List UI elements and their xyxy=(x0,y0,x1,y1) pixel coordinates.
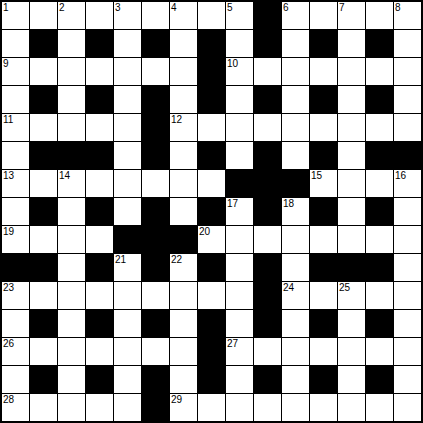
cell-r9c6[interactable]: 22 xyxy=(170,254,197,281)
cell-r2c8[interactable]: 10 xyxy=(226,58,253,85)
clue-number: 22 xyxy=(171,254,182,266)
block-cell-r9c1 xyxy=(30,254,57,281)
cell-r9c10[interactable] xyxy=(282,254,309,281)
clue-number: 16 xyxy=(395,170,406,182)
cell-r6c1[interactable] xyxy=(30,170,57,197)
cell-r10c4[interactable] xyxy=(114,282,141,309)
cell-r5c6[interactable] xyxy=(170,142,197,169)
cell-r6c12[interactable] xyxy=(338,170,365,197)
cell-r8c2[interactable] xyxy=(58,226,85,253)
clue-number: 26 xyxy=(3,338,14,350)
block-cell-r1c3 xyxy=(86,30,113,57)
cell-r2c2[interactable] xyxy=(58,58,85,85)
block-cell-r5c9 xyxy=(254,142,281,169)
cell-r1c10[interactable] xyxy=(282,30,309,57)
block-cell-r9c11 xyxy=(310,254,337,281)
cell-r10c6[interactable] xyxy=(170,282,197,309)
block-cell-r12c7 xyxy=(198,338,225,365)
cell-r7c2[interactable] xyxy=(58,198,85,225)
block-cell-r11c5 xyxy=(142,310,169,337)
cell-r6c2[interactable]: 14 xyxy=(58,170,85,197)
block-cell-r3c9 xyxy=(254,86,281,113)
cell-r2c10[interactable] xyxy=(282,58,309,85)
cell-r11c10[interactable] xyxy=(282,310,309,337)
block-cell-r11c9 xyxy=(254,310,281,337)
clue-number: 21 xyxy=(115,254,126,266)
cell-r0c13[interactable] xyxy=(366,2,393,29)
cell-r2c6[interactable] xyxy=(170,58,197,85)
block-cell-r13c13 xyxy=(366,366,393,393)
cell-r14c12[interactable] xyxy=(338,394,365,421)
cell-r3c12[interactable] xyxy=(338,86,365,113)
block-cell-r10c9 xyxy=(254,282,281,309)
cell-r1c0[interactable] xyxy=(2,30,29,57)
block-cell-r7c3 xyxy=(86,198,113,225)
cell-r2c12[interactable] xyxy=(338,58,365,85)
block-cell-r11c11 xyxy=(310,310,337,337)
block-cell-r9c13 xyxy=(366,254,393,281)
cell-r3c6[interactable] xyxy=(170,86,197,113)
cell-r14c8[interactable] xyxy=(226,394,253,421)
cell-r12c0[interactable]: 26 xyxy=(2,338,29,365)
block-cell-r11c1 xyxy=(30,310,57,337)
cell-r2c1[interactable] xyxy=(30,58,57,85)
cell-r12c9[interactable] xyxy=(254,338,281,365)
cell-r1c12[interactable] xyxy=(338,30,365,57)
block-cell-r0c9 xyxy=(254,2,281,29)
clue-number: 17 xyxy=(227,198,238,210)
cell-r11c14[interactable] xyxy=(394,310,421,337)
cell-r14c4[interactable] xyxy=(114,394,141,421)
cell-r7c10[interactable]: 18 xyxy=(282,198,309,225)
cell-r12c10[interactable] xyxy=(282,338,309,365)
block-cell-r13c7 xyxy=(198,366,225,393)
clue-number: 19 xyxy=(3,226,14,238)
clue-number: 6 xyxy=(283,2,289,14)
cell-r13c8[interactable] xyxy=(226,366,253,393)
cell-r5c8[interactable] xyxy=(226,142,253,169)
cell-r0c6[interactable]: 4 xyxy=(170,2,197,29)
cell-r5c12[interactable] xyxy=(338,142,365,169)
cell-r10c8[interactable] xyxy=(226,282,253,309)
block-cell-r7c9 xyxy=(254,198,281,225)
cell-r0c1[interactable] xyxy=(30,2,57,29)
cell-r2c5[interactable] xyxy=(142,58,169,85)
block-cell-r6c8 xyxy=(226,170,253,197)
block-cell-r7c11 xyxy=(310,198,337,225)
cell-r4c9[interactable] xyxy=(254,114,281,141)
cell-r8c0[interactable]: 19 xyxy=(2,226,29,253)
cell-r14c2[interactable] xyxy=(58,394,85,421)
cell-r3c2[interactable] xyxy=(58,86,85,113)
cell-r8c3[interactable] xyxy=(86,226,113,253)
cell-r11c0[interactable] xyxy=(2,310,29,337)
cell-r14c0[interactable]: 28 xyxy=(2,394,29,421)
cell-r4c2[interactable] xyxy=(58,114,85,141)
block-cell-r5c1 xyxy=(30,142,57,169)
cell-r13c6[interactable] xyxy=(170,366,197,393)
cell-r0c0[interactable]: 1 xyxy=(2,2,29,29)
cell-r13c2[interactable] xyxy=(58,366,85,393)
block-cell-r7c5 xyxy=(142,198,169,225)
clue-number: 2 xyxy=(59,2,65,14)
clue-number: 4 xyxy=(171,2,177,14)
clue-number: 3 xyxy=(115,2,121,14)
cell-r7c0[interactable] xyxy=(2,198,29,225)
block-cell-r6c9 xyxy=(254,170,281,197)
block-cell-r3c7 xyxy=(198,86,225,113)
cell-r6c5[interactable] xyxy=(142,170,169,197)
block-cell-r13c5 xyxy=(142,366,169,393)
block-cell-r11c13 xyxy=(366,310,393,337)
cell-r0c5[interactable] xyxy=(142,2,169,29)
cell-r2c3[interactable] xyxy=(86,58,113,85)
cell-r12c3[interactable] xyxy=(86,338,113,365)
clue-number: 11 xyxy=(3,114,13,126)
cell-r14c6[interactable]: 29 xyxy=(170,394,197,421)
cell-r7c8[interactable]: 17 xyxy=(226,198,253,225)
block-cell-r6c10 xyxy=(282,170,309,197)
clue-number: 10 xyxy=(227,58,238,70)
clue-number: 27 xyxy=(227,338,238,350)
cell-r13c14[interactable] xyxy=(394,366,421,393)
cell-r6c7[interactable] xyxy=(198,170,225,197)
block-cell-r9c12 xyxy=(338,254,365,281)
clue-number: 20 xyxy=(199,226,210,238)
cell-r14c10[interactable] xyxy=(282,394,309,421)
cell-r0c3[interactable] xyxy=(86,2,113,29)
cell-r2c4[interactable] xyxy=(114,58,141,85)
cell-r6c0[interactable]: 13 xyxy=(2,170,29,197)
cell-r9c14[interactable] xyxy=(394,254,421,281)
cell-r7c6[interactable] xyxy=(170,198,197,225)
cell-r14c13[interactable] xyxy=(366,394,393,421)
cell-r0c8[interactable]: 5 xyxy=(226,2,253,29)
cell-r12c6[interactable] xyxy=(170,338,197,365)
block-cell-r3c11 xyxy=(310,86,337,113)
cell-r12c12[interactable] xyxy=(338,338,365,365)
cell-r0c14[interactable]: 8 xyxy=(394,2,421,29)
cell-r10c3[interactable] xyxy=(86,282,113,309)
cell-r4c14[interactable] xyxy=(394,114,421,141)
cell-r10c12[interactable]: 25 xyxy=(338,282,365,309)
cell-r13c0[interactable] xyxy=(2,366,29,393)
cell-r10c2[interactable] xyxy=(58,282,85,309)
cell-r4c10[interactable] xyxy=(282,114,309,141)
block-cell-r5c11 xyxy=(310,142,337,169)
clue-number: 5 xyxy=(227,2,233,14)
cell-r1c8[interactable] xyxy=(226,30,253,57)
cell-r4c12[interactable] xyxy=(338,114,365,141)
cell-r6c3[interactable] xyxy=(86,170,113,197)
cell-r7c12[interactable] xyxy=(338,198,365,225)
cell-r13c10[interactable] xyxy=(282,366,309,393)
cell-r8c1[interactable] xyxy=(30,226,57,253)
cell-r3c8[interactable] xyxy=(226,86,253,113)
block-cell-r5c5 xyxy=(142,142,169,169)
clue-number: 14 xyxy=(59,170,70,182)
block-cell-r3c1 xyxy=(30,86,57,113)
cell-r2c11[interactable] xyxy=(310,58,337,85)
cell-r10c1[interactable] xyxy=(30,282,57,309)
cell-r7c4[interactable] xyxy=(114,198,141,225)
block-cell-r9c9 xyxy=(254,254,281,281)
cell-r8c12[interactable] xyxy=(338,226,365,253)
block-cell-r3c13 xyxy=(366,86,393,113)
cell-r13c12[interactable] xyxy=(338,366,365,393)
cell-r4c13[interactable] xyxy=(366,114,393,141)
cell-r6c14[interactable]: 16 xyxy=(394,170,421,197)
cell-r10c0[interactable]: 23 xyxy=(2,282,29,309)
cell-r14c7[interactable] xyxy=(198,394,225,421)
clue-number: 7 xyxy=(339,2,345,14)
block-cell-r9c7 xyxy=(198,254,225,281)
cell-r4c3[interactable] xyxy=(86,114,113,141)
block-cell-r1c13 xyxy=(366,30,393,57)
cell-r8c14[interactable] xyxy=(394,226,421,253)
cell-r8c9[interactable] xyxy=(254,226,281,253)
cell-r9c4[interactable]: 21 xyxy=(114,254,141,281)
block-cell-r7c7 xyxy=(198,198,225,225)
clue-number: 1 xyxy=(3,2,9,14)
cell-r12c1[interactable] xyxy=(30,338,57,365)
block-cell-r5c14 xyxy=(394,142,421,169)
block-cell-r1c9 xyxy=(254,30,281,57)
block-cell-r13c3 xyxy=(86,366,113,393)
clue-number: 24 xyxy=(283,282,294,294)
cell-r10c11[interactable] xyxy=(310,282,337,309)
clue-number: 28 xyxy=(3,394,14,406)
block-cell-r8c6 xyxy=(170,226,197,253)
clue-number: 23 xyxy=(3,282,14,294)
cell-r4c1[interactable] xyxy=(30,114,57,141)
block-cell-r5c7 xyxy=(198,142,225,169)
cell-r12c2[interactable] xyxy=(58,338,85,365)
cell-r8c11[interactable] xyxy=(310,226,337,253)
cell-r5c0[interactable] xyxy=(2,142,29,169)
cell-r0c4[interactable]: 3 xyxy=(114,2,141,29)
block-cell-r5c2 xyxy=(58,142,85,169)
cell-r11c12[interactable] xyxy=(338,310,365,337)
block-cell-r5c13 xyxy=(366,142,393,169)
clue-number: 18 xyxy=(283,198,294,210)
cell-r0c12[interactable]: 7 xyxy=(338,2,365,29)
block-cell-r9c3 xyxy=(86,254,113,281)
cell-r14c14[interactable] xyxy=(394,394,421,421)
cell-r2c9[interactable] xyxy=(254,58,281,85)
cell-r1c14[interactable] xyxy=(394,30,421,57)
cell-r4c4[interactable] xyxy=(114,114,141,141)
block-cell-r5c3 xyxy=(86,142,113,169)
cell-r11c6[interactable] xyxy=(170,310,197,337)
cell-r8c8[interactable] xyxy=(226,226,253,253)
clue-number: 25 xyxy=(339,282,350,294)
block-cell-r13c9 xyxy=(254,366,281,393)
cell-r10c14[interactable] xyxy=(394,282,421,309)
block-cell-r11c3 xyxy=(86,310,113,337)
crossword-grid: 1234567891011121314151617181920212223242… xyxy=(0,0,423,423)
cell-r12c4[interactable] xyxy=(114,338,141,365)
cell-r8c10[interactable] xyxy=(282,226,309,253)
cell-r4c0[interactable]: 11 xyxy=(2,114,29,141)
cell-r11c4[interactable] xyxy=(114,310,141,337)
block-cell-r3c3 xyxy=(86,86,113,113)
cell-r13c4[interactable] xyxy=(114,366,141,393)
cell-r14c1[interactable] xyxy=(30,394,57,421)
block-cell-r8c4 xyxy=(114,226,141,253)
cell-r10c7[interactable] xyxy=(198,282,225,309)
cell-r5c4[interactable] xyxy=(114,142,141,169)
clue-number: 8 xyxy=(395,2,401,14)
block-cell-r7c13 xyxy=(366,198,393,225)
cell-r6c4[interactable] xyxy=(114,170,141,197)
cell-r11c2[interactable] xyxy=(58,310,85,337)
cell-r7c14[interactable] xyxy=(394,198,421,225)
cell-r2c13[interactable] xyxy=(366,58,393,85)
block-cell-r7c1 xyxy=(30,198,57,225)
cell-r12c5[interactable] xyxy=(142,338,169,365)
block-cell-r9c5 xyxy=(142,254,169,281)
cell-r0c10[interactable]: 6 xyxy=(282,2,309,29)
block-cell-r1c5 xyxy=(142,30,169,57)
block-cell-r14c5 xyxy=(142,394,169,421)
cell-r4c6[interactable]: 12 xyxy=(170,114,197,141)
block-cell-r3c5 xyxy=(142,86,169,113)
cell-r6c13[interactable] xyxy=(366,170,393,197)
cell-r14c3[interactable] xyxy=(86,394,113,421)
cell-r2c0[interactable]: 9 xyxy=(2,58,29,85)
cell-r4c7[interactable] xyxy=(198,114,225,141)
cell-r10c10[interactable]: 24 xyxy=(282,282,309,309)
cell-r10c5[interactable] xyxy=(142,282,169,309)
cell-r5c10[interactable] xyxy=(282,142,309,169)
cell-r10c13[interactable] xyxy=(366,282,393,309)
cell-r6c11[interactable]: 15 xyxy=(310,170,337,197)
block-cell-r11c7 xyxy=(198,310,225,337)
cell-r0c11[interactable] xyxy=(310,2,337,29)
block-cell-r13c11 xyxy=(310,366,337,393)
cell-r1c6[interactable] xyxy=(170,30,197,57)
cell-r8c7[interactable]: 20 xyxy=(198,226,225,253)
cell-r3c14[interactable] xyxy=(394,86,421,113)
block-cell-r4c5 xyxy=(142,114,169,141)
cell-r1c2[interactable] xyxy=(58,30,85,57)
cell-r4c8[interactable] xyxy=(226,114,253,141)
cell-r9c2[interactable] xyxy=(58,254,85,281)
clue-number: 15 xyxy=(311,170,322,182)
cell-r12c14[interactable] xyxy=(394,338,421,365)
block-cell-r8c5 xyxy=(142,226,169,253)
block-cell-r9c0 xyxy=(2,254,29,281)
block-cell-r1c7 xyxy=(198,30,225,57)
cell-r4c11[interactable] xyxy=(310,114,337,141)
cell-r3c0[interactable] xyxy=(2,86,29,113)
cell-r12c8[interactable]: 27 xyxy=(226,338,253,365)
cell-r14c9[interactable] xyxy=(254,394,281,421)
cell-r3c4[interactable] xyxy=(114,86,141,113)
cell-r0c2[interactable]: 2 xyxy=(58,2,85,29)
cell-r1c4[interactable] xyxy=(114,30,141,57)
block-cell-r13c1 xyxy=(30,366,57,393)
block-cell-r1c11 xyxy=(310,30,337,57)
block-cell-r2c7 xyxy=(198,58,225,85)
cell-r9c8[interactable] xyxy=(226,254,253,281)
cell-r11c8[interactable] xyxy=(226,310,253,337)
cell-r0c7[interactable] xyxy=(198,2,225,29)
clue-number: 13 xyxy=(3,170,14,182)
cell-r12c13[interactable] xyxy=(366,338,393,365)
cell-r8c13[interactable] xyxy=(366,226,393,253)
cell-r6c6[interactable] xyxy=(170,170,197,197)
clue-number: 9 xyxy=(3,58,9,70)
cell-r2c14[interactable] xyxy=(394,58,421,85)
cell-r12c11[interactable] xyxy=(310,338,337,365)
clue-number: 29 xyxy=(171,394,182,406)
block-cell-r1c1 xyxy=(30,30,57,57)
cell-r3c10[interactable] xyxy=(282,86,309,113)
cell-r14c11[interactable] xyxy=(310,394,337,421)
clue-number: 12 xyxy=(171,114,182,126)
